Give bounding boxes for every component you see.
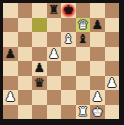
square-h3[interactable]: ♟ — [105, 76, 120, 91]
square-f6[interactable]: ♝ — [76, 32, 91, 47]
square-b2[interactable] — [18, 90, 33, 105]
square-a2[interactable]: ♟ — [3, 90, 18, 105]
black-pawn-icon-g7: ♟ — [92, 18, 103, 33]
square-e3[interactable] — [61, 76, 76, 91]
black-bishop-icon-f6: ♝ — [77, 32, 88, 47]
square-f2[interactable] — [76, 90, 91, 105]
square-d3[interactable] — [47, 76, 62, 91]
square-d6[interactable] — [47, 32, 62, 47]
square-a6[interactable] — [3, 32, 18, 47]
square-c7[interactable] — [32, 18, 47, 33]
square-b3[interactable] — [18, 76, 33, 91]
square-b6[interactable] — [18, 32, 33, 47]
square-f1[interactable]: ♜ — [76, 105, 91, 120]
square-e5[interactable] — [61, 47, 76, 62]
square-g4[interactable] — [90, 61, 105, 76]
square-d4[interactable] — [47, 61, 62, 76]
square-g5[interactable] — [90, 47, 105, 62]
chess-app-screenshot: { "game": "chess", "orientation": "white… — [0, 0, 124, 125]
square-c5[interactable] — [32, 47, 47, 62]
white-king-icon-g1: ♚ — [92, 105, 103, 120]
square-d7[interactable] — [47, 18, 62, 33]
black-rook-icon-d8: ♜ — [48, 3, 59, 18]
square-h1[interactable] — [105, 105, 120, 120]
black-pawn-icon-a5: ♟ — [5, 47, 16, 62]
white-pawn-icon-d5: ♟ — [48, 47, 59, 62]
white-pawn-icon-h3: ♟ — [106, 76, 117, 91]
square-g3[interactable] — [90, 76, 105, 91]
square-g8[interactable] — [90, 3, 105, 18]
square-e4[interactable] — [61, 61, 76, 76]
white-bishop-icon-e6: ♝ — [63, 32, 74, 47]
white-pawn-icon-g2: ♟ — [92, 90, 103, 105]
square-f3[interactable] — [76, 76, 91, 91]
square-f8[interactable] — [76, 3, 91, 18]
square-e8[interactable]: ♚ — [61, 3, 76, 18]
square-c8[interactable] — [32, 3, 47, 18]
black-king-icon-e8: ♚ — [63, 3, 74, 18]
square-a8[interactable] — [3, 3, 18, 18]
square-a4[interactable] — [3, 61, 18, 76]
square-c3[interactable]: ♛ — [32, 76, 47, 91]
square-c6[interactable] — [32, 32, 47, 47]
black-pawn-icon-c4: ♟ — [34, 61, 45, 76]
square-c1[interactable] — [32, 105, 47, 120]
square-f7[interactable]: ♛ — [76, 18, 91, 33]
square-c2[interactable] — [32, 90, 47, 105]
square-g7[interactable]: ♟ — [90, 18, 105, 33]
square-a5[interactable]: ♟ — [3, 47, 18, 62]
square-b4[interactable] — [18, 61, 33, 76]
square-h2[interactable] — [105, 90, 120, 105]
square-c4[interactable]: ♟ — [32, 61, 47, 76]
square-h6[interactable] — [105, 32, 120, 47]
white-queen-icon-f7: ♛ — [77, 18, 88, 33]
square-d1[interactable] — [47, 105, 62, 120]
square-d2[interactable] — [47, 90, 62, 105]
white-rook-icon-f1: ♜ — [77, 105, 88, 120]
square-h5[interactable] — [105, 47, 120, 62]
square-f4[interactable] — [76, 61, 91, 76]
square-b8[interactable] — [18, 3, 33, 18]
square-b7[interactable] — [18, 18, 33, 33]
square-g2[interactable]: ♟ — [90, 90, 105, 105]
square-b1[interactable] — [18, 105, 33, 120]
square-d8[interactable]: ♜ — [47, 3, 62, 18]
square-b5[interactable] — [18, 47, 33, 62]
square-f5[interactable] — [76, 47, 91, 62]
square-h7[interactable] — [105, 18, 120, 33]
square-e6[interactable]: ♝ — [61, 32, 76, 47]
square-a3[interactable] — [3, 76, 18, 91]
square-e1[interactable] — [61, 105, 76, 120]
square-a1[interactable] — [3, 105, 18, 120]
chess-board: ♜♚♛♟♝♝♟♟♟♛♟♟♟♜♚ — [3, 3, 119, 119]
square-h8[interactable] — [105, 3, 120, 18]
square-g1[interactable]: ♚ — [90, 105, 105, 120]
square-a7[interactable] — [3, 18, 18, 33]
square-e7[interactable] — [61, 18, 76, 33]
white-pawn-icon-a2: ♟ — [5, 90, 16, 105]
black-queen-icon-c3: ♛ — [34, 76, 45, 91]
square-e2[interactable] — [61, 90, 76, 105]
square-h4[interactable] — [105, 61, 120, 76]
square-d5[interactable]: ♟ — [47, 47, 62, 62]
square-g6[interactable] — [90, 32, 105, 47]
